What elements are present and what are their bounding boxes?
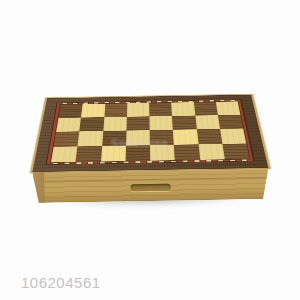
board-square (172, 115, 196, 129)
board-square (171, 102, 195, 116)
chessboard-box (0, 0, 300, 300)
board-square (79, 117, 103, 131)
board-square (149, 116, 173, 130)
board-square (104, 103, 127, 117)
board-square (174, 144, 200, 160)
board-square (54, 131, 80, 146)
lid-seam (33, 177, 269, 182)
board-square (220, 129, 246, 144)
product-photo: Something 106204561 (0, 0, 300, 300)
board-square (51, 146, 78, 162)
board-square (173, 129, 198, 144)
board-square (193, 102, 217, 116)
checkerboard-grid (50, 101, 251, 163)
board-top-face (32, 95, 268, 172)
board-square (195, 115, 220, 129)
inlay-border (46, 99, 255, 164)
board-square (56, 117, 81, 131)
board-square (81, 104, 105, 118)
photo-id-watermark: 106204561 (21, 274, 101, 291)
board-square (58, 104, 82, 118)
board-square (149, 103, 172, 117)
board-square (76, 146, 102, 162)
board-square (222, 143, 249, 159)
board-square (196, 129, 222, 144)
board-watermark: Something (111, 138, 168, 149)
latch-notch (131, 184, 171, 192)
box-front-side (32, 168, 269, 203)
board-square (218, 115, 244, 129)
board-square (198, 144, 225, 160)
board-square (78, 131, 103, 146)
board-square (216, 101, 241, 115)
board-square (126, 116, 149, 130)
board-square (103, 117, 127, 131)
board-square (127, 103, 150, 117)
